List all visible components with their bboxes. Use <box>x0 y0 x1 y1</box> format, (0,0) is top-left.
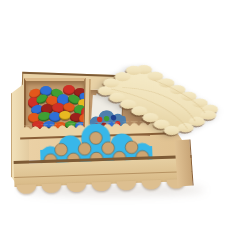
holder-hole <box>78 142 91 155</box>
holder-hole <box>125 141 138 154</box>
photo-stage <box>0 0 240 240</box>
holder-hole <box>102 142 115 155</box>
holder-hole <box>55 143 68 156</box>
box-right-wall <box>174 139 193 186</box>
holder-hole <box>89 131 102 144</box>
